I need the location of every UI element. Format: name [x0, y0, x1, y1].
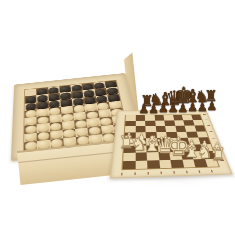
product-photo-scene: ♜♞♝♛♚♝♞♜♟♟♟♟♟♟♟♟♟♟♟♟♟♟♟♟♜♞♝♛♚♝♞♜	[0, 0, 235, 235]
chessboard-surface	[110, 110, 233, 178]
chess-square	[123, 161, 135, 170]
chess-square	[205, 158, 219, 166]
chess-square	[147, 160, 160, 169]
chessboard-rotation	[111, 82, 222, 193]
chessboard: ♜♞♝♛♚♝♞♜♟♟♟♟♟♟♟♟♟♟♟♟♟♟♟♟♜♞♝♛♚♝♞♜	[103, 78, 235, 198]
chess-square	[135, 160, 147, 169]
chessboard-grid	[121, 114, 220, 170]
